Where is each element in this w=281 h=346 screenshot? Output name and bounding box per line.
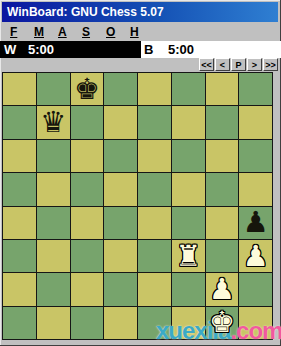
board-square-c2[interactable] [71, 273, 104, 305]
board-square-f8[interactable] [172, 73, 205, 105]
board-square-a5[interactable] [3, 173, 36, 205]
watermark-part2: .com [230, 317, 281, 344]
winboard-window: WinBoard: GNU Chess 5.07 FMASOH W 5:00 B… [0, 0, 281, 346]
clock-row: W 5:00 B 5:00 [0, 41, 281, 58]
board-square-f5[interactable] [172, 173, 205, 205]
menu-item-o[interactable]: O [106, 25, 130, 39]
black-clock: B 5:00 [141, 41, 281, 58]
board-square-d8[interactable] [104, 73, 137, 105]
board-square-h8[interactable] [239, 73, 272, 105]
board-square-f6[interactable] [172, 140, 205, 172]
board-square-b2[interactable] [37, 273, 70, 305]
board-square-h5[interactable] [239, 173, 272, 205]
board-square-a7[interactable] [3, 106, 36, 138]
board-square-c7[interactable] [71, 106, 104, 138]
board-square-b4[interactable] [37, 207, 70, 239]
board-square-e5[interactable] [138, 173, 171, 205]
board-square-e7[interactable] [138, 106, 171, 138]
forward-button[interactable]: > [247, 58, 262, 71]
white-clock: W 5:00 [0, 41, 141, 58]
board-square-d3[interactable] [104, 240, 137, 272]
board-square-b8[interactable] [37, 73, 70, 105]
chess-piece-wR-f3[interactable]: ♜ [175, 242, 201, 271]
board-square-e2[interactable] [138, 273, 171, 305]
board-square-f3[interactable]: ♜ [172, 240, 205, 272]
board-square-a8[interactable] [3, 73, 36, 105]
board-square-b6[interactable] [37, 140, 70, 172]
board-square-g2[interactable]: ♟ [206, 273, 239, 305]
chess-piece-bQ-b7[interactable]: ♛ [40, 108, 66, 137]
board-square-c8[interactable]: ♚ [71, 73, 104, 105]
board-square-g7[interactable] [206, 106, 239, 138]
board-square-c6[interactable] [71, 140, 104, 172]
menu-item-s[interactable]: S [82, 25, 106, 39]
chess-piece-bK-c8[interactable]: ♚ [74, 75, 100, 104]
board-square-d4[interactable] [104, 207, 137, 239]
board-square-a1[interactable] [3, 307, 36, 339]
board-square-d5[interactable] [104, 173, 137, 205]
board-square-c1[interactable] [71, 307, 104, 339]
chess-piece-wK-g1[interactable]: ♚ [209, 308, 235, 337]
board-square-e6[interactable] [138, 140, 171, 172]
chess-board: ♚♛♟♜♟♟♚ [2, 72, 273, 340]
board-square-c3[interactable] [71, 240, 104, 272]
board-square-e3[interactable] [138, 240, 171, 272]
board-square-g6[interactable] [206, 140, 239, 172]
board-square-g4[interactable] [206, 207, 239, 239]
menu-bar: FMASOH [2, 22, 278, 41]
white-clock-label: W [4, 41, 28, 58]
board-square-g3[interactable] [206, 240, 239, 272]
board-square-b7[interactable]: ♛ [37, 106, 70, 138]
board-square-f2[interactable] [172, 273, 205, 305]
board-square-b1[interactable] [37, 307, 70, 339]
board-square-h6[interactable] [239, 140, 272, 172]
board-square-e4[interactable] [138, 207, 171, 239]
board-square-d6[interactable] [104, 140, 137, 172]
board-square-h7[interactable] [239, 106, 272, 138]
title-bar[interactable]: WinBoard: GNU Chess 5.07 [2, 2, 278, 22]
pause-button[interactable]: P [231, 58, 246, 71]
menu-item-h[interactable]: H [130, 25, 154, 39]
board-square-g1[interactable]: ♚ [206, 307, 239, 339]
menu-item-a[interactable]: A [58, 25, 82, 39]
board-square-e8[interactable] [138, 73, 171, 105]
board-square-b5[interactable] [37, 173, 70, 205]
board-square-a4[interactable] [3, 207, 36, 239]
board-square-c4[interactable] [71, 207, 104, 239]
forward-to-end-button[interactable]: >> [263, 58, 278, 71]
move-nav-buttons: <<<P>>> [199, 58, 278, 71]
board-square-h2[interactable] [239, 273, 272, 305]
board-square-d1[interactable] [104, 307, 137, 339]
rewind-to-start-button[interactable]: << [199, 58, 214, 71]
board-square-d7[interactable] [104, 106, 137, 138]
white-clock-time: 5:00 [28, 41, 54, 58]
board-square-d2[interactable] [104, 273, 137, 305]
menu-item-m[interactable]: M [34, 25, 58, 39]
window-title: WinBoard: GNU Chess 5.07 [2, 5, 164, 19]
back-button[interactable]: < [215, 58, 230, 71]
board-square-a2[interactable] [3, 273, 36, 305]
board-square-g5[interactable] [206, 173, 239, 205]
board-square-h3[interactable]: ♟ [239, 240, 272, 272]
menu-item-f[interactable]: F [10, 25, 34, 39]
board-square-b3[interactable] [37, 240, 70, 272]
chess-piece-wP-h3[interactable]: ♟ [243, 242, 269, 271]
board-square-g8[interactable] [206, 73, 239, 105]
board-square-a3[interactable] [3, 240, 36, 272]
board-square-h4[interactable]: ♟ [239, 207, 272, 239]
black-clock-label: B [144, 41, 168, 58]
board-square-f7[interactable] [172, 106, 205, 138]
chess-piece-wP-g2[interactable]: ♟ [209, 275, 235, 304]
board-square-f4[interactable] [172, 207, 205, 239]
board-square-a6[interactable] [3, 140, 36, 172]
board-square-c5[interactable] [71, 173, 104, 205]
chess-piece-bP-h4[interactable]: ♟ [243, 208, 269, 237]
black-clock-time: 5:00 [168, 41, 194, 58]
